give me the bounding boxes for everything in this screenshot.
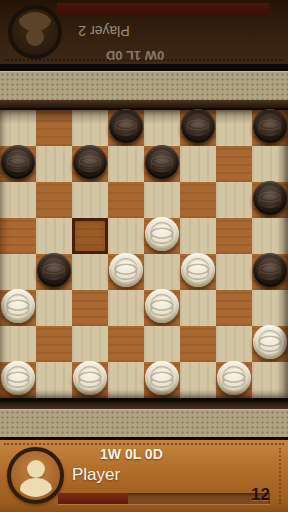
square-7-7[interactable] — [252, 362, 288, 398]
player-bar: 1W 0L 0D Player 12 — [0, 440, 288, 512]
piece-white[interactable]: ⛀ — [145, 217, 179, 251]
piece-black[interactable]: ⛂ — [145, 145, 179, 179]
square-7-6[interactable]: ⛀ — [216, 362, 252, 398]
square-5-2[interactable] — [72, 290, 108, 326]
square-6-6[interactable] — [216, 326, 252, 362]
square-7-1[interactable] — [36, 362, 72, 398]
piece-black[interactable]: ⛂ — [37, 253, 71, 287]
square-5-4[interactable]: ⛀ — [144, 290, 180, 326]
square-0-2[interactable] — [72, 110, 108, 146]
square-1-3[interactable] — [108, 146, 144, 182]
square-2-4[interactable] — [144, 182, 180, 218]
person-icon — [15, 12, 55, 52]
piece-black[interactable]: ⛂ — [181, 109, 215, 143]
square-3-5[interactable] — [180, 218, 216, 254]
board: ⛂⛂⛂⛂⛂⛂⛂⛀⛂⛀⛀⛂⛀⛀⛀⛀⛀⛀⛀ — [0, 110, 288, 398]
square-2-7[interactable]: ⛂ — [252, 182, 288, 218]
stitching — [4, 59, 284, 61]
piece-white[interactable]: ⛀ — [145, 289, 179, 323]
square-3-7[interactable] — [252, 218, 288, 254]
piece-counter: 12 — [251, 485, 270, 505]
table-edge-top — [0, 71, 288, 102]
square-2-6[interactable] — [216, 182, 252, 218]
square-6-2[interactable] — [72, 326, 108, 362]
piece-white[interactable]: ⛀ — [217, 361, 251, 395]
opponent-avatar[interactable] — [8, 5, 62, 59]
square-3-0[interactable] — [0, 218, 36, 254]
square-4-6[interactable] — [216, 254, 252, 290]
square-2-0[interactable] — [0, 182, 36, 218]
square-4-2[interactable] — [72, 254, 108, 290]
opponent-name: Player 2 — [61, 22, 147, 40]
board-shadow-top — [0, 100, 288, 108]
piece-black[interactable]: ⛂ — [253, 253, 287, 287]
square-3-4[interactable]: ⛀ — [144, 218, 180, 254]
player-stats: 1W 0L 0D — [100, 446, 163, 462]
square-5-0[interactable]: ⛀ — [0, 290, 36, 326]
square-3-2[interactable] — [72, 218, 108, 254]
square-5-7[interactable] — [252, 290, 288, 326]
square-0-1[interactable] — [36, 110, 72, 146]
checkers-app: Player 2 0W 1L 0D ⛂⛂⛂⛂⛂⛂⛂⛀⛂⛀⛀⛂⛀⛀⛀⛀⛀⛀⛀ 1W… — [0, 0, 288, 512]
square-6-1[interactable] — [36, 326, 72, 362]
piece-white[interactable]: ⛀ — [109, 253, 143, 287]
piece-black[interactable]: ⛂ — [253, 181, 287, 215]
square-1-0[interactable]: ⛂ — [0, 146, 36, 182]
opponent-bar: Player 2 0W 1L 0D — [0, 0, 288, 64]
square-0-3[interactable]: ⛂ — [108, 110, 144, 146]
square-4-0[interactable] — [0, 254, 36, 290]
square-1-1[interactable] — [36, 146, 72, 182]
square-4-3[interactable]: ⛀ — [108, 254, 144, 290]
square-5-6[interactable] — [216, 290, 252, 326]
square-7-2[interactable]: ⛀ — [72, 362, 108, 398]
square-6-4[interactable] — [144, 326, 180, 362]
square-6-3[interactable] — [108, 326, 144, 362]
player-avatar[interactable] — [7, 447, 64, 504]
square-1-7[interactable] — [252, 146, 288, 182]
piece-black[interactable]: ⛂ — [253, 109, 287, 143]
divider — [0, 64, 288, 71]
piece-white[interactable]: ⛀ — [73, 361, 107, 395]
piece-white[interactable]: ⛀ — [1, 361, 35, 395]
square-2-1[interactable] — [36, 182, 72, 218]
square-7-4[interactable]: ⛀ — [144, 362, 180, 398]
square-1-2[interactable]: ⛂ — [72, 146, 108, 182]
square-6-0[interactable] — [0, 326, 36, 362]
square-5-3[interactable] — [108, 290, 144, 326]
square-7-5[interactable] — [180, 362, 216, 398]
person-icon — [14, 454, 57, 497]
board-shadow-bottom — [0, 402, 288, 409]
square-7-0[interactable]: ⛀ — [0, 362, 36, 398]
square-1-4[interactable]: ⛂ — [144, 146, 180, 182]
square-4-1[interactable]: ⛂ — [36, 254, 72, 290]
square-0-4[interactable] — [144, 110, 180, 146]
square-2-2[interactable] — [72, 182, 108, 218]
square-4-4[interactable] — [144, 254, 180, 290]
piece-black[interactable]: ⛂ — [1, 145, 35, 179]
square-6-5[interactable] — [180, 326, 216, 362]
player-time-bar — [58, 493, 270, 504]
piece-white[interactable]: ⛀ — [1, 289, 35, 323]
square-0-7[interactable]: ⛂ — [252, 110, 288, 146]
square-4-5[interactable]: ⛀ — [180, 254, 216, 290]
player-time-fill — [58, 493, 128, 504]
square-1-5[interactable] — [180, 146, 216, 182]
square-2-3[interactable] — [108, 182, 144, 218]
piece-black[interactable]: ⛂ — [109, 109, 143, 143]
piece-white[interactable]: ⛀ — [253, 325, 287, 359]
square-3-6[interactable] — [216, 218, 252, 254]
square-3-3[interactable] — [108, 218, 144, 254]
opponent-time-fill — [57, 3, 270, 15]
player-name: Player — [72, 465, 120, 485]
square-5-5[interactable] — [180, 290, 216, 326]
square-2-5[interactable] — [180, 182, 216, 218]
square-0-0[interactable] — [0, 110, 36, 146]
square-1-6[interactable] — [216, 146, 252, 182]
opponent-time-bar — [57, 3, 270, 15]
piece-black[interactable]: ⛂ — [73, 145, 107, 179]
square-0-5[interactable]: ⛂ — [180, 110, 216, 146]
piece-white[interactable]: ⛀ — [145, 361, 179, 395]
square-6-7[interactable]: ⛀ — [252, 326, 288, 362]
piece-white[interactable]: ⛀ — [181, 253, 215, 287]
table-edge-bottom — [0, 409, 288, 439]
square-7-3[interactable] — [108, 362, 144, 398]
square-5-1[interactable] — [36, 290, 72, 326]
square-3-1[interactable] — [36, 218, 72, 254]
square-0-6[interactable] — [216, 110, 252, 146]
square-4-7[interactable]: ⛂ — [252, 254, 288, 290]
